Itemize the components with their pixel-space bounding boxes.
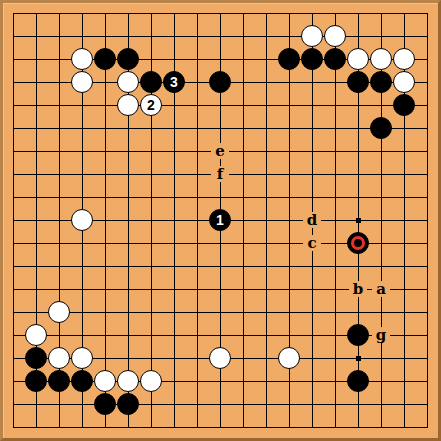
black-stone <box>71 370 93 392</box>
black-stone <box>117 48 139 70</box>
white-stone <box>301 25 323 47</box>
white-stone <box>71 71 93 93</box>
grid-line-horizontal <box>13 427 428 428</box>
grid-line-vertical <box>335 13 336 428</box>
black-stone <box>347 324 369 346</box>
black-stone <box>209 71 231 93</box>
grid-line-horizontal <box>13 266 428 267</box>
black-stone <box>370 117 392 139</box>
white-stone <box>48 347 70 369</box>
white-stone <box>324 25 346 47</box>
white-stone <box>71 209 93 231</box>
black-stone <box>347 370 369 392</box>
black-stone <box>301 48 323 70</box>
black-stone <box>25 347 47 369</box>
white-stone <box>278 347 300 369</box>
black-stone <box>117 393 139 415</box>
black-stone-move-1: 1 <box>209 209 231 231</box>
white-stone <box>25 324 47 346</box>
black-stone <box>48 370 70 392</box>
white-stone-move-2: 2 <box>140 94 162 116</box>
go-board: 321abcdefg <box>0 0 441 441</box>
black-stone <box>94 393 116 415</box>
grid-line-horizontal <box>13 312 428 313</box>
white-stone <box>94 370 116 392</box>
white-stone <box>117 71 139 93</box>
white-stone <box>393 48 415 70</box>
black-stone <box>393 94 415 116</box>
point-label-b: b <box>349 281 367 297</box>
white-stone <box>393 71 415 93</box>
black-stone <box>140 71 162 93</box>
point-label-f: f <box>211 166 229 182</box>
black-stone <box>370 71 392 93</box>
black-stone <box>278 48 300 70</box>
grid-line-vertical <box>243 13 244 428</box>
white-stone <box>48 301 70 323</box>
point-label-d: d <box>303 212 321 228</box>
grid-line-horizontal <box>13 404 428 405</box>
black-stone <box>25 370 47 392</box>
point-label-g: g <box>372 327 390 343</box>
point-label-c: c <box>303 235 321 251</box>
white-stone <box>370 48 392 70</box>
white-stone <box>71 48 93 70</box>
white-stone <box>347 48 369 70</box>
grid-line-vertical <box>266 13 267 428</box>
black-stone <box>94 48 116 70</box>
white-stone <box>117 94 139 116</box>
point-label-e: e <box>211 143 229 159</box>
white-stone <box>209 347 231 369</box>
star-point <box>356 356 361 361</box>
grid-line-vertical <box>427 13 428 428</box>
white-stone <box>71 347 93 369</box>
star-point <box>356 218 361 223</box>
black-stone-move-3: 3 <box>163 71 185 93</box>
circle-marker-icon <box>351 236 365 250</box>
black-stone <box>324 48 346 70</box>
point-label-a: a <box>372 281 390 297</box>
white-stone <box>117 370 139 392</box>
white-stone <box>140 370 162 392</box>
black-stone <box>347 71 369 93</box>
black-stone-marked <box>347 232 369 254</box>
